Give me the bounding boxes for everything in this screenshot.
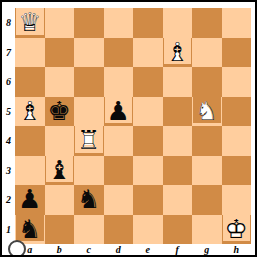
black-pawn-icon[interactable]: ♟ bbox=[104, 97, 134, 127]
white-bishop-icon[interactable]: ♝♗ bbox=[15, 97, 45, 127]
square-g3[interactable] bbox=[192, 156, 222, 186]
square-c8[interactable] bbox=[74, 8, 104, 38]
square-g6[interactable] bbox=[192, 67, 222, 97]
black-piece-glyph: ♚ bbox=[45, 97, 75, 127]
square-d6[interactable] bbox=[104, 67, 134, 97]
square-b5[interactable]: ♚ bbox=[45, 97, 75, 127]
square-a8[interactable]: ♛♕ bbox=[15, 8, 45, 38]
file-label-c: c bbox=[74, 244, 104, 255]
square-f4[interactable] bbox=[163, 126, 193, 156]
square-e7[interactable] bbox=[133, 38, 163, 68]
square-c4[interactable]: ♜♖ bbox=[74, 126, 104, 156]
square-d4[interactable] bbox=[104, 126, 134, 156]
square-g4[interactable] bbox=[192, 126, 222, 156]
square-f6[interactable] bbox=[163, 67, 193, 97]
file-labels: abcdefgh bbox=[15, 244, 251, 255]
white-queen-icon[interactable]: ♛♕ bbox=[15, 8, 45, 38]
square-g7[interactable] bbox=[192, 38, 222, 68]
square-b8[interactable] bbox=[45, 8, 75, 38]
white-piece-outline: ♘ bbox=[192, 97, 222, 127]
rank-label-4: 4 bbox=[2, 126, 15, 156]
chess-diagram: 87654321 ♛♕♝♗♝♗♚♟♞♘♜♖♝♟♞♞♚♔ abcdefgh bbox=[0, 0, 257, 257]
square-f2[interactable] bbox=[163, 185, 193, 215]
square-h8[interactable] bbox=[222, 8, 252, 38]
file-label-f: f bbox=[163, 244, 193, 255]
white-knight-icon[interactable]: ♞♘ bbox=[192, 97, 222, 127]
rank-label-5: 5 bbox=[2, 97, 15, 127]
square-h6[interactable] bbox=[222, 67, 252, 97]
black-pawn-icon[interactable]: ♟ bbox=[15, 185, 45, 215]
square-e6[interactable] bbox=[133, 67, 163, 97]
square-a5[interactable]: ♝♗ bbox=[15, 97, 45, 127]
file-label-h: h bbox=[222, 244, 252, 255]
square-d5[interactable]: ♟ bbox=[104, 97, 134, 127]
square-f7[interactable]: ♝♗ bbox=[163, 38, 193, 68]
square-e2[interactable] bbox=[133, 185, 163, 215]
square-d1[interactable] bbox=[104, 215, 134, 245]
black-knight-icon[interactable]: ♞ bbox=[74, 185, 104, 215]
file-label-e: e bbox=[133, 244, 163, 255]
square-b3[interactable]: ♝ bbox=[45, 156, 75, 186]
square-e3[interactable] bbox=[133, 156, 163, 186]
square-a6[interactable] bbox=[15, 67, 45, 97]
square-h7[interactable] bbox=[222, 38, 252, 68]
square-b4[interactable] bbox=[45, 126, 75, 156]
black-piece-glyph: ♞ bbox=[74, 185, 104, 215]
black-king-icon[interactable]: ♚ bbox=[45, 97, 75, 127]
square-h1[interactable]: ♚♔ bbox=[222, 215, 252, 245]
square-f1[interactable] bbox=[163, 215, 193, 245]
white-rook-icon[interactable]: ♜♖ bbox=[74, 126, 104, 156]
file-label-b: b bbox=[45, 244, 75, 255]
square-g5[interactable]: ♞♘ bbox=[192, 97, 222, 127]
square-b2[interactable] bbox=[45, 185, 75, 215]
white-piece-outline: ♕ bbox=[15, 8, 45, 38]
square-b7[interactable] bbox=[45, 38, 75, 68]
square-e8[interactable] bbox=[133, 8, 163, 38]
square-f5[interactable] bbox=[163, 97, 193, 127]
square-c6[interactable] bbox=[74, 67, 104, 97]
file-label-g: g bbox=[192, 244, 222, 255]
square-d3[interactable] bbox=[104, 156, 134, 186]
square-c5[interactable] bbox=[74, 97, 104, 127]
square-h3[interactable] bbox=[222, 156, 252, 186]
black-piece-glyph: ♝ bbox=[45, 156, 75, 186]
white-bishop-icon[interactable]: ♝♗ bbox=[163, 38, 193, 68]
white-piece-outline: ♗ bbox=[15, 97, 45, 127]
square-d7[interactable] bbox=[104, 38, 134, 68]
square-e4[interactable] bbox=[133, 126, 163, 156]
rank-labels: 87654321 bbox=[2, 8, 15, 244]
square-b1[interactable] bbox=[45, 215, 75, 245]
square-c1[interactable] bbox=[74, 215, 104, 245]
white-piece-outline: ♗ bbox=[163, 38, 193, 68]
square-c3[interactable] bbox=[74, 156, 104, 186]
black-piece-glyph: ♟ bbox=[104, 97, 134, 127]
black-piece-glyph: ♟ bbox=[15, 185, 45, 215]
chess-board: ♛♕♝♗♝♗♚♟♞♘♜♖♝♟♞♞♚♔ bbox=[15, 8, 251, 244]
square-e5[interactable] bbox=[133, 97, 163, 127]
square-g8[interactable] bbox=[192, 8, 222, 38]
white-piece-outline: ♖ bbox=[74, 126, 104, 156]
square-f8[interactable] bbox=[163, 8, 193, 38]
square-d8[interactable] bbox=[104, 8, 134, 38]
rank-label-2: 2 bbox=[2, 185, 15, 215]
square-c7[interactable] bbox=[74, 38, 104, 68]
square-d2[interactable] bbox=[104, 185, 134, 215]
rank-label-3: 3 bbox=[2, 156, 15, 186]
square-a4[interactable] bbox=[15, 126, 45, 156]
square-h4[interactable] bbox=[222, 126, 252, 156]
white-piece-outline: ♔ bbox=[222, 215, 252, 245]
square-a2[interactable]: ♟ bbox=[15, 185, 45, 215]
white-to-move-indicator bbox=[8, 240, 26, 257]
square-c2[interactable]: ♞ bbox=[74, 185, 104, 215]
file-label-d: d bbox=[104, 244, 134, 255]
square-h2[interactable] bbox=[222, 185, 252, 215]
rank-label-6: 6 bbox=[2, 67, 15, 97]
square-e1[interactable] bbox=[133, 215, 163, 245]
square-b6[interactable] bbox=[45, 67, 75, 97]
square-a7[interactable] bbox=[15, 38, 45, 68]
white-king-icon[interactable]: ♚♔ bbox=[222, 215, 252, 245]
black-bishop-icon[interactable]: ♝ bbox=[45, 156, 75, 186]
square-f3[interactable] bbox=[163, 156, 193, 186]
square-g1[interactable] bbox=[192, 215, 222, 245]
rank-label-7: 7 bbox=[2, 38, 15, 68]
rank-label-8: 8 bbox=[2, 8, 15, 38]
square-h5[interactable] bbox=[222, 97, 252, 127]
square-g2[interactable] bbox=[192, 185, 222, 215]
square-a3[interactable] bbox=[15, 156, 45, 186]
